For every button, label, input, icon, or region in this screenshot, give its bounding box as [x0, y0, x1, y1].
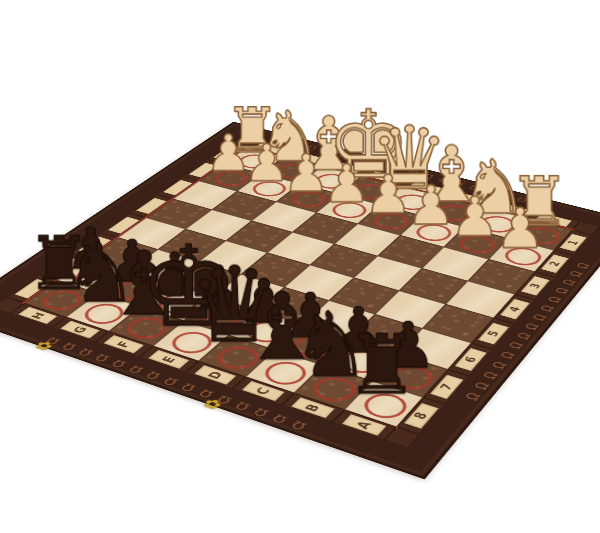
- product-photo: ʊʊʊʊʊʊʊʊʊʊʊʊʊʊʊ ʊʊʊʊʊʊʊʊʊʊʊʊʊʊʊ ʊʊʊʊʊʊʊʊ…: [0, 0, 600, 533]
- file-label-a: A: [354, 419, 375, 430]
- rank-label-5: 5: [484, 329, 503, 338]
- rank-label-3: 3: [527, 282, 545, 290]
- coordinate-plate: 5: [478, 323, 510, 345]
- piece-glyph: ♟: [461, 201, 580, 256]
- board-frame: ʊʊʊʊʊʊʊʊʊʊʊʊʊʊʊ ʊʊʊʊʊʊʊʊʊʊʊʊʊʊʊ ʊʊʊʊʊʊʊʊ…: [0, 122, 600, 480]
- board-inner: ♜♞♝♛♚♝♞♜♟♟♟♟♟♟♟♟♟♟♟♟♟♟♟♟♜♞♝♛♚♝♞♜ 1234567…: [0, 136, 600, 448]
- rank-label-4: 4: [506, 305, 524, 313]
- chess-board: ʊʊʊʊʊʊʊʊʊʊʊʊʊʊʊ ʊʊʊʊʊʊʊʊʊʊʊʊʊʊʊ ʊʊʊʊʊʊʊʊ…: [0, 122, 600, 480]
- piece-glyph: ♜: [312, 324, 452, 405]
- rank-label-2: 2: [546, 260, 563, 268]
- scene: ʊʊʊʊʊʊʊʊʊʊʊʊʊʊʊ ʊʊʊʊʊʊʊʊʊʊʊʊʊʊʊ ʊʊʊʊʊʊʊʊ…: [0, 0, 600, 533]
- rank-label-8: 8: [411, 410, 432, 421]
